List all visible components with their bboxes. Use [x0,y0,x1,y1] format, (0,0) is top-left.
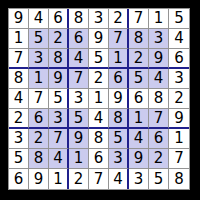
sudoku-cell-r8c7: 9 [129,149,149,169]
sudoku-cell-r4c4: 7 [69,69,89,89]
sudoku-cell-r5c4: 3 [69,89,89,109]
sudoku-cell-r5c2: 7 [29,89,49,109]
sudoku-cell-r8c9: 7 [169,149,189,169]
sudoku-cell-r5c5: 1 [89,89,109,109]
sudoku-cell-r1c9: 5 [169,9,189,29]
sudoku-cell-r1c5: 3 [89,9,109,29]
sudoku-cell-r7c6: 5 [109,129,129,149]
sudoku-cell-r4c3: 9 [49,69,69,89]
sudoku-cell-r2c3: 2 [49,29,69,49]
sudoku-cell-r7c3: 7 [49,129,69,149]
sudoku-cell-r9c8: 5 [149,169,169,189]
sudoku-cell-r9c5: 7 [89,169,109,189]
sudoku-cell-r7c5: 8 [89,129,109,149]
sudoku-cell-r2c5: 9 [89,29,109,49]
sudoku-cell-r7c4: 9 [69,129,89,149]
sudoku-cell-r4c5: 2 [89,69,109,89]
sudoku-cell-r3c6: 1 [109,49,129,69]
sudoku-cell-r9c3: 1 [49,169,69,189]
sudoku-cell-r4c9: 3 [169,69,189,89]
sudoku-cell-r8c1: 5 [9,149,29,169]
sudoku-cell-r4c7: 5 [129,69,149,89]
sudoku-cell-r6c9: 9 [169,109,189,129]
sudoku-cell-r5c9: 2 [169,89,189,109]
sudoku-cell-r8c6: 3 [109,149,129,169]
sudoku-cell-r5c1: 4 [9,89,29,109]
sudoku-cell-r6c6: 8 [109,109,129,129]
sudoku-cell-r6c8: 7 [149,109,169,129]
sudoku-cell-r6c4: 5 [69,109,89,129]
sudoku-cell-r9c4: 2 [69,169,89,189]
sudoku-cell-r5c8: 8 [149,89,169,109]
sudoku-cell-r5c7: 6 [129,89,149,109]
sudoku-cell-r6c1: 2 [9,109,29,129]
sudoku-cell-r9c1: 6 [9,169,29,189]
sudoku-board: 9468327151526978347384512968197265434753… [8,8,190,190]
sudoku-cell-r1c7: 7 [129,9,149,29]
sudoku-cell-r2c2: 5 [29,29,49,49]
sudoku-cell-r1c1: 9 [9,9,29,29]
sudoku-cell-r5c3: 5 [49,89,69,109]
sudoku-cell-r6c7: 1 [129,109,149,129]
sudoku-cell-r7c9: 1 [169,129,189,149]
sudoku-cell-r1c8: 1 [149,9,169,29]
sudoku-cell-r8c3: 4 [49,149,69,169]
sudoku-cell-r8c8: 2 [149,149,169,169]
sudoku-cell-r6c5: 4 [89,109,109,129]
sudoku-cell-r2c4: 6 [69,29,89,49]
sudoku-cell-r3c8: 9 [149,49,169,69]
sudoku-cell-r3c7: 2 [129,49,149,69]
sudoku-cell-r1c4: 8 [69,9,89,29]
sudoku-cell-r5c6: 9 [109,89,129,109]
sudoku-cell-r9c7: 3 [129,169,149,189]
sudoku-cell-r3c9: 6 [169,49,189,69]
sudoku-cell-r4c8: 4 [149,69,169,89]
sudoku-cell-r1c2: 4 [29,9,49,29]
sudoku-cell-r3c2: 3 [29,49,49,69]
sudoku-cell-r3c1: 7 [9,49,29,69]
sudoku-cell-r9c6: 4 [109,169,129,189]
sudoku-cell-r8c5: 6 [89,149,109,169]
sudoku-cell-r2c1: 1 [9,29,29,49]
sudoku-cell-r2c7: 8 [129,29,149,49]
sudoku-cell-r3c3: 8 [49,49,69,69]
sudoku-cell-r4c1: 8 [9,69,29,89]
sudoku-cell-r7c1: 3 [9,129,29,149]
sudoku-cell-r2c6: 7 [109,29,129,49]
sudoku-cell-r9c9: 8 [169,169,189,189]
sudoku-cell-r3c4: 4 [69,49,89,69]
sudoku-cell-r7c2: 2 [29,129,49,149]
sudoku-cell-r1c6: 2 [109,9,129,29]
sudoku-cell-r7c7: 4 [129,129,149,149]
sudoku-cell-r8c4: 1 [69,149,89,169]
sudoku-cell-r4c2: 1 [29,69,49,89]
sudoku-cell-r1c3: 6 [49,9,69,29]
sudoku-cell-r2c9: 4 [169,29,189,49]
sudoku-cell-r6c2: 6 [29,109,49,129]
sudoku-cell-r6c3: 3 [49,109,69,129]
sudoku-cell-r4c6: 6 [109,69,129,89]
sudoku-cell-r8c2: 8 [29,149,49,169]
sudoku-cell-r7c8: 6 [149,129,169,149]
sudoku-cell-r2c8: 3 [149,29,169,49]
sudoku-cell-r3c5: 5 [89,49,109,69]
sudoku-cell-r9c2: 9 [29,169,49,189]
